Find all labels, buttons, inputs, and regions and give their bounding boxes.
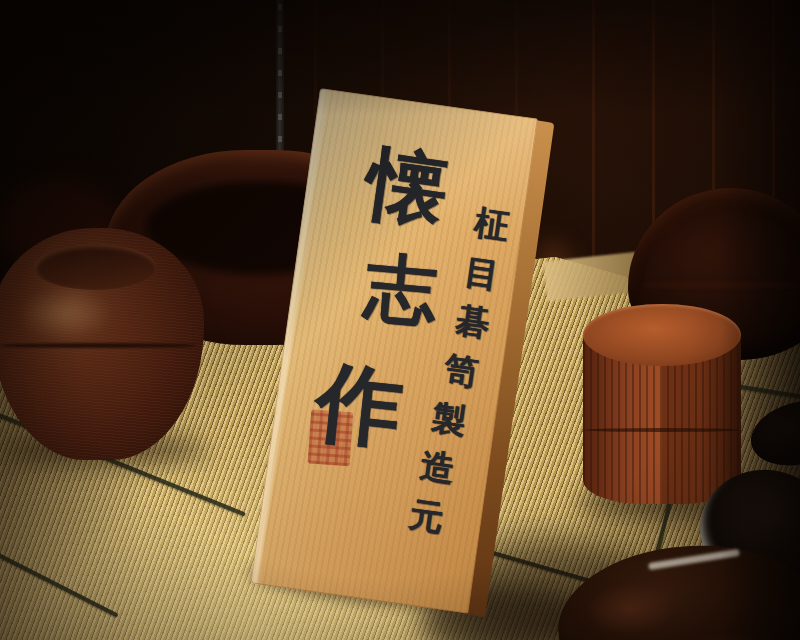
cylinder-shadow [575, 486, 757, 518]
photo-go-equipment-still-life: 懐 志 作 柾 目 碁 笥 製 造 元 [0, 0, 800, 640]
shop-calligraphy-char: 造 [418, 448, 456, 486]
wall-plank-lines [540, 0, 800, 330]
bowl-shadow [0, 436, 210, 464]
cylinder-lid-seam [585, 428, 739, 432]
maker-calligraphy-char: 志 [362, 250, 440, 328]
shop-calligraphy-char: 製 [430, 400, 468, 438]
black-stone-middle [692, 461, 800, 598]
dark-go-bowl-top-right [628, 188, 800, 360]
shelf-rail-slots [278, 4, 282, 264]
wooden-cylinder-container [583, 332, 741, 504]
shop-calligraphy-char: 笥 [442, 351, 480, 389]
box-lid-side-face [467, 120, 554, 617]
shop-calligraphy-char: 柾 [473, 205, 511, 243]
shop-calligraphy-char: 目 [463, 254, 501, 292]
mat-thread [653, 473, 679, 563]
black-stone-large [553, 537, 800, 640]
bamboo-mat-lit-edge [543, 251, 652, 302]
lidded-go-bowl-left [0, 228, 204, 460]
stone-specular-highlight [648, 549, 740, 570]
signed-box-lid: 懐 志 作 柾 目 碁 笥 製 造 元 [250, 88, 537, 614]
go-bowl-lid-top [34, 244, 156, 290]
go-bowl-body [0, 228, 204, 460]
go-bowl-lid-seam [0, 343, 196, 348]
go-bowl-highlight [18, 286, 113, 341]
maker-calligraphy-char: 懐 [362, 142, 452, 232]
shelf-rail [276, 0, 284, 268]
shop-calligraphy-char: 碁 [454, 302, 492, 340]
mat-thread [0, 412, 246, 517]
background-bowl-glimpse [0, 178, 120, 273]
dark-go-bowl-lid-seam [640, 283, 800, 287]
mat-thread [0, 553, 119, 618]
background-warm-blob [532, 240, 574, 318]
maker-calligraphy-char: 作 [312, 357, 407, 452]
black-stone-right [744, 391, 800, 475]
mat-thread [611, 364, 800, 399]
cylinder-lid-top [583, 304, 741, 366]
shop-calligraphy-char: 元 [407, 497, 445, 535]
